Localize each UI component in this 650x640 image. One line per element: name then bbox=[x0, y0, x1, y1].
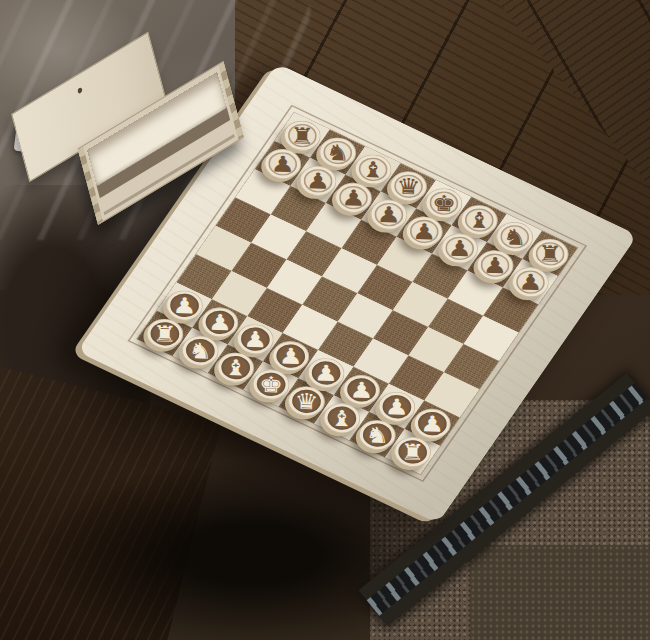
piece-disc-face: ♟ bbox=[409, 219, 439, 244]
piece-white-rook[interactable]: ♜ bbox=[146, 318, 183, 349]
box-lid-hole bbox=[77, 87, 83, 95]
piece-disc-face: ♜ bbox=[535, 241, 565, 266]
piece-disc-face: ♞ bbox=[185, 338, 215, 363]
piece-disc-face: ♟ bbox=[374, 202, 404, 227]
piece-disc-face: ♟ bbox=[240, 326, 270, 351]
piece-disc-face: ♟ bbox=[480, 252, 510, 277]
piece-glyph: ♞ bbox=[365, 423, 390, 446]
piece-black-knight[interactable]: ♞ bbox=[496, 221, 533, 252]
piece-white-bishop[interactable]: ♝ bbox=[323, 402, 360, 433]
piece-glyph: ♟ bbox=[483, 253, 508, 276]
piece-disc-face: ♛ bbox=[291, 388, 321, 413]
piece-black-bishop[interactable]: ♝ bbox=[354, 153, 391, 184]
piece-glyph: ♟ bbox=[518, 270, 543, 293]
piece-black-rook[interactable]: ♜ bbox=[284, 120, 321, 151]
piece-white-pawn[interactable]: ♟ bbox=[343, 374, 380, 405]
piece-glyph: ♟ bbox=[420, 412, 445, 435]
piece-disc-face: ♜ bbox=[398, 439, 428, 464]
piece-white-pawn[interactable]: ♟ bbox=[237, 323, 274, 354]
piece-black-pawn[interactable]: ♟ bbox=[299, 165, 336, 196]
piece-glyph: ♟ bbox=[447, 236, 472, 259]
piece-disc-face: ♝ bbox=[358, 157, 388, 182]
piece-glyph: ♛ bbox=[294, 389, 319, 412]
piece-white-pawn[interactable]: ♟ bbox=[378, 391, 415, 422]
piece-glyph: ♞ bbox=[325, 141, 350, 164]
piece-white-king[interactable]: ♚ bbox=[252, 368, 289, 399]
piece-black-pawn[interactable]: ♟ bbox=[335, 182, 372, 213]
piece-glyph: ♟ bbox=[349, 378, 374, 401]
scene: ♜♞♝♛♚♝♞♜♟♟♟♟♟♟♟♟♟♟♟♟♟♟♟♟♜♞♝♚♛♝♞♜ bbox=[0, 0, 650, 640]
piece-black-king[interactable]: ♚ bbox=[425, 187, 462, 218]
piece-disc-face: ♟ bbox=[382, 394, 412, 419]
piece-white-pawn[interactable]: ♟ bbox=[166, 289, 203, 320]
piece-glyph: ♟ bbox=[306, 169, 331, 192]
piece-glyph: ♜ bbox=[290, 124, 315, 147]
piece-black-knight[interactable]: ♞ bbox=[319, 137, 356, 168]
piece-disc-face: ♟ bbox=[303, 168, 333, 193]
piece-disc-face: ♛ bbox=[394, 173, 424, 198]
piece-glyph: ♝ bbox=[361, 158, 386, 181]
piece-black-bishop[interactable]: ♝ bbox=[461, 204, 498, 235]
piece-white-queen[interactable]: ♛ bbox=[288, 385, 325, 416]
piece-glyph: ♜ bbox=[400, 440, 425, 463]
piece-disc-face: ♞ bbox=[323, 140, 353, 165]
piece-black-rook[interactable]: ♜ bbox=[531, 238, 568, 269]
piece-black-pawn[interactable]: ♟ bbox=[370, 199, 407, 230]
piece-disc-face: ♟ bbox=[347, 377, 377, 402]
piece-white-rook[interactable]: ♜ bbox=[394, 436, 431, 467]
piece-disc-face: ♟ bbox=[515, 269, 545, 294]
piece-disc-face: ♟ bbox=[445, 235, 475, 260]
piece-white-pawn[interactable]: ♟ bbox=[414, 408, 451, 439]
piece-white-pawn[interactable]: ♟ bbox=[201, 306, 238, 337]
piece-glyph: ♟ bbox=[376, 203, 401, 226]
piece-glyph: ♝ bbox=[223, 356, 248, 379]
piece-disc-face: ♞ bbox=[362, 422, 392, 447]
piece-black-queen[interactable]: ♛ bbox=[390, 170, 427, 201]
piece-disc-face: ♟ bbox=[417, 411, 447, 436]
piece-black-pawn[interactable]: ♟ bbox=[512, 266, 549, 297]
piece-disc-face: ♚ bbox=[429, 190, 459, 215]
piece-disc-face: ♝ bbox=[221, 355, 251, 380]
piece-glyph: ♜ bbox=[538, 242, 563, 265]
piece-disc-face: ♜ bbox=[150, 321, 180, 346]
piece-glyph: ♟ bbox=[384, 395, 409, 418]
piece-disc-face: ♜ bbox=[287, 123, 317, 148]
piece-disc-face: ♟ bbox=[205, 309, 235, 334]
piece-disc-face: ♝ bbox=[327, 405, 357, 430]
piece-disc-face: ♟ bbox=[268, 151, 298, 176]
piece-disc-face: ♚ bbox=[256, 372, 286, 397]
piece-glyph: ♛ bbox=[396, 174, 421, 197]
piece-disc-face: ♟ bbox=[170, 293, 200, 318]
piece-glyph: ♜ bbox=[152, 322, 177, 345]
piece-glyph: ♟ bbox=[314, 361, 339, 384]
piece-glyph: ♟ bbox=[207, 310, 232, 333]
piece-glyph: ♟ bbox=[412, 220, 437, 243]
piece-black-pawn[interactable]: ♟ bbox=[264, 148, 301, 179]
piece-glyph: ♟ bbox=[341, 186, 366, 209]
piece-black-pawn[interactable]: ♟ bbox=[406, 215, 443, 246]
piece-glyph: ♟ bbox=[172, 294, 197, 317]
piece-glyph: ♟ bbox=[278, 344, 303, 367]
piece-white-pawn[interactable]: ♟ bbox=[272, 340, 309, 371]
piece-disc-face: ♟ bbox=[339, 185, 369, 210]
piece-disc-face: ♟ bbox=[276, 343, 306, 368]
piece-glyph: ♞ bbox=[502, 225, 527, 248]
piece-glyph: ♟ bbox=[243, 327, 268, 350]
piece-glyph: ♝ bbox=[329, 406, 354, 429]
piece-black-pawn[interactable]: ♟ bbox=[441, 232, 478, 263]
piece-disc-face: ♝ bbox=[464, 207, 494, 232]
piece-white-bishop[interactable]: ♝ bbox=[217, 352, 254, 383]
piece-disc-face: ♞ bbox=[500, 224, 530, 249]
piece-glyph: ♚ bbox=[431, 191, 456, 214]
piece-white-pawn[interactable]: ♟ bbox=[307, 357, 344, 388]
piece-glyph: ♝ bbox=[467, 208, 492, 231]
piece-white-knight[interactable]: ♞ bbox=[359, 419, 396, 450]
piece-black-pawn[interactable]: ♟ bbox=[476, 249, 513, 280]
piece-glyph: ♚ bbox=[259, 373, 284, 396]
piece-glyph: ♟ bbox=[270, 152, 295, 175]
piece-disc-face: ♟ bbox=[311, 360, 341, 385]
piece-white-knight[interactable]: ♞ bbox=[182, 335, 219, 366]
piece-glyph: ♞ bbox=[188, 339, 213, 362]
